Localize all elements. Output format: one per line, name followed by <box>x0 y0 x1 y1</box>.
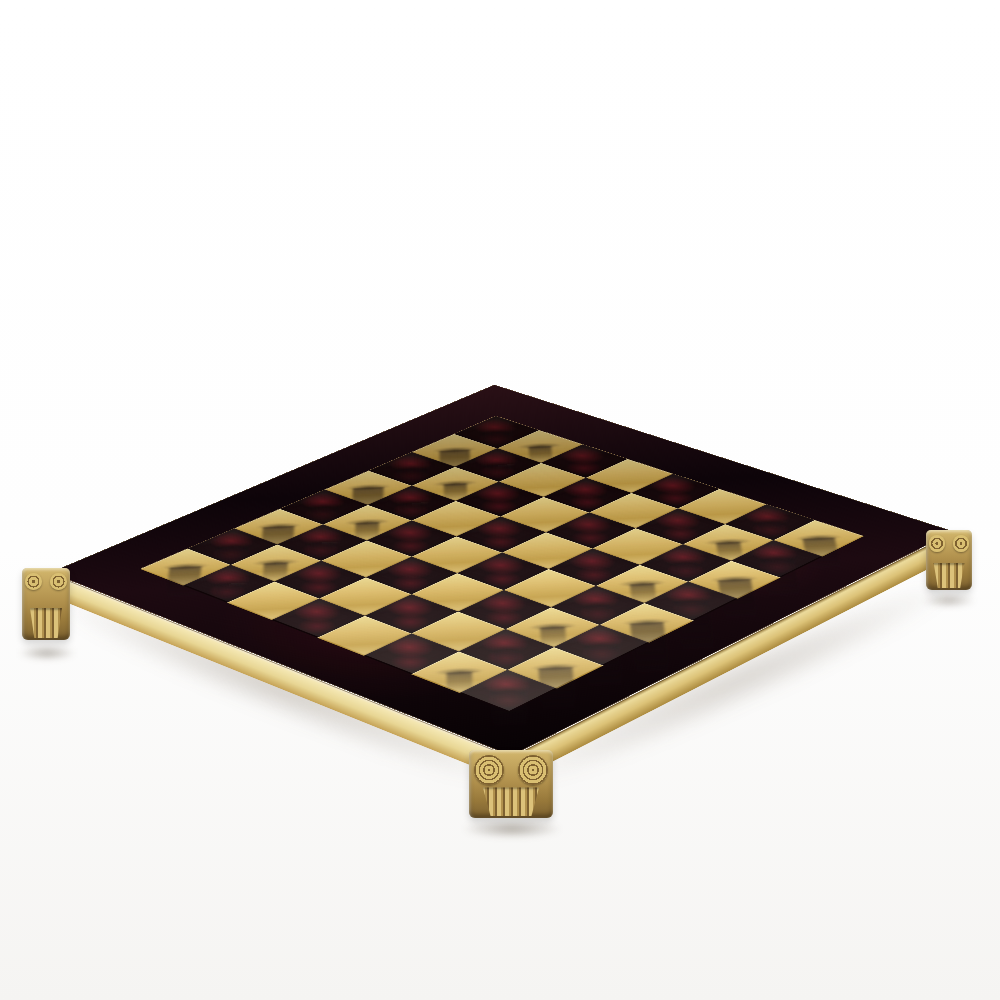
product-photo-scene: ♜♟♟♜♞♟♟♞♝♟♟♝♛♟♟♛♚♟♟♚♝♟♟♝♞♟♟♞♜♟♟♜ <box>0 0 1000 1000</box>
volute-icon <box>474 755 504 785</box>
volute-icon <box>929 535 946 552</box>
column-flutes <box>932 563 967 588</box>
board-foot-front-corner <box>469 750 553 818</box>
piece-reflection <box>491 690 528 736</box>
piece-white-pawn-f2[interactable]: ♟ <box>293 470 348 549</box>
piece-reflection <box>214 583 241 609</box>
piece-white-pawn-h2[interactable]: ♟ <box>199 509 255 590</box>
volute-icon <box>518 755 548 785</box>
column-flutes <box>28 608 65 638</box>
right-foot-shadow <box>922 594 976 607</box>
square-h8[interactable]: ♜ <box>460 670 557 712</box>
volute-icon <box>25 573 42 590</box>
column-flutes <box>479 787 543 816</box>
piece-white-pawn-g2[interactable]: ♟ <box>246 489 302 569</box>
board-foot-right-corner <box>926 530 972 590</box>
volute-icon <box>953 535 970 552</box>
volute-icon <box>50 573 67 590</box>
front-foot-shadow <box>462 820 562 838</box>
chess-board: ♜♟♟♜♞♟♟♞♝♟♟♝♛♟♟♛♚♟♟♚♝♟♟♝♞♟♟♞♜♟♟♜ <box>50 385 954 756</box>
piece-black-rook-h8[interactable]: ♜ <box>466 583 547 698</box>
left-foot-shadow <box>18 646 76 660</box>
board-foot-left-corner <box>22 568 70 640</box>
